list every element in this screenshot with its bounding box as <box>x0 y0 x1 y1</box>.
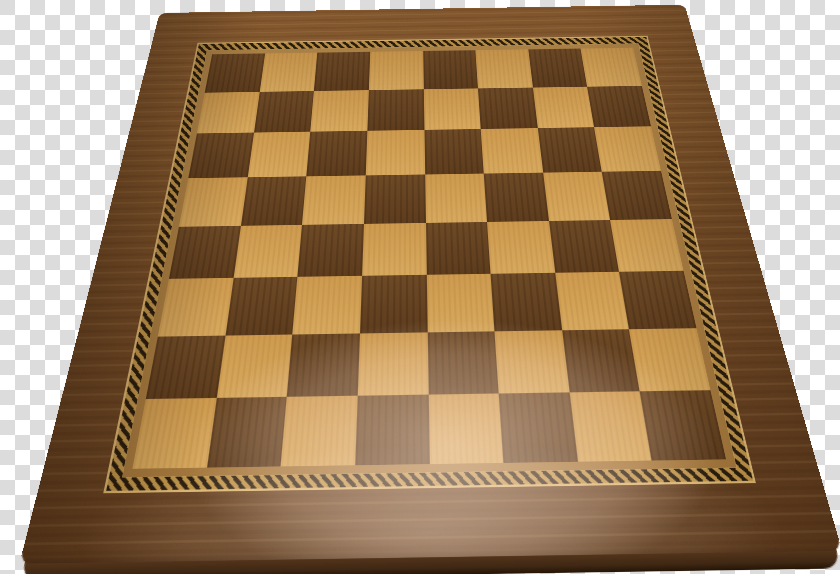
square-f8 <box>475 49 532 88</box>
square-e3 <box>426 274 494 332</box>
square-g2 <box>562 329 640 393</box>
chess-board <box>19 5 840 564</box>
square-e5 <box>425 173 487 222</box>
square-c5 <box>302 175 365 224</box>
transparency-checkerboard-background <box>0 0 840 574</box>
square-d7 <box>367 89 424 131</box>
square-h2 <box>629 328 710 392</box>
square-c1 <box>281 396 358 466</box>
playing-field <box>132 48 726 469</box>
square-d5 <box>364 174 426 223</box>
square-f1 <box>499 393 578 463</box>
square-h5 <box>602 171 672 220</box>
square-f3 <box>491 273 562 331</box>
square-a5 <box>179 177 247 226</box>
square-d3 <box>360 275 427 333</box>
square-e7 <box>423 88 480 130</box>
square-a1 <box>132 398 216 469</box>
board-perspective-scene <box>100 0 751 548</box>
square-g7 <box>533 86 595 128</box>
square-d2 <box>358 332 429 396</box>
square-c8 <box>314 52 370 91</box>
board-bottom-edge <box>20 546 840 574</box>
square-h1 <box>640 391 726 461</box>
square-h8 <box>581 48 642 87</box>
square-b8 <box>259 53 317 92</box>
square-b1 <box>207 397 287 468</box>
square-e1 <box>428 394 503 464</box>
square-d6 <box>366 130 425 175</box>
board-tilt-wrapper <box>0 0 840 574</box>
square-h6 <box>594 126 661 171</box>
square-e2 <box>427 331 499 395</box>
square-c2 <box>287 333 360 397</box>
square-g6 <box>538 127 602 172</box>
square-b6 <box>247 132 310 177</box>
square-g8 <box>528 49 587 88</box>
square-b2 <box>216 334 292 398</box>
square-a6 <box>188 133 253 178</box>
square-f2 <box>495 330 570 394</box>
square-d8 <box>369 51 424 90</box>
square-h7 <box>587 86 651 128</box>
square-g1 <box>569 392 652 462</box>
square-e8 <box>423 50 478 89</box>
square-e6 <box>424 129 484 174</box>
square-c7 <box>310 90 368 132</box>
square-b7 <box>254 91 314 133</box>
square-a2 <box>146 335 225 399</box>
square-c3 <box>293 276 362 334</box>
square-f6 <box>481 128 543 173</box>
square-d4 <box>362 223 426 276</box>
square-g3 <box>555 272 629 330</box>
square-b3 <box>225 277 297 335</box>
square-a8 <box>205 53 265 92</box>
square-a3 <box>158 278 233 336</box>
square-d1 <box>355 395 429 465</box>
square-f5 <box>484 173 549 222</box>
square-g5 <box>543 172 610 221</box>
square-f7 <box>478 87 538 129</box>
square-b5 <box>241 176 307 225</box>
square-a7 <box>197 92 260 134</box>
square-h3 <box>619 271 696 329</box>
square-c6 <box>307 131 368 176</box>
